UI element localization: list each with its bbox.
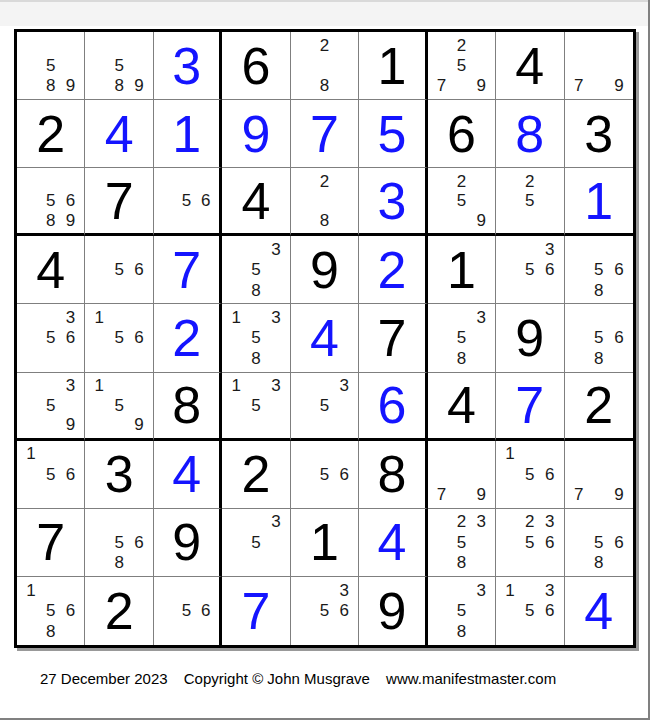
candidate-6: 6 [129,328,149,348]
cell-r2c4[interactable]: 9 [222,100,290,168]
candidate-5: 5 [109,395,129,415]
cell-r5c1[interactable]: 356 [17,304,85,372]
candidate-2: 2 [520,171,540,191]
cell-r3c1[interactable]: 5689 [17,168,85,236]
candidate-6: 6 [129,260,149,280]
cell-r7c8[interactable]: 156 [496,441,564,509]
candidate-3: 3 [266,512,286,532]
candidate-5: 5 [315,601,335,622]
candidate-5: 5 [41,601,61,622]
candidate-5: 5 [589,532,609,552]
cell-r2c3[interactable]: 1 [154,100,222,168]
candidate-6: 6 [334,464,354,484]
cell-r4c7[interactable]: 1 [428,236,496,304]
cell-r1c5[interactable]: 28 [291,32,359,100]
candidate-6: 6 [540,260,560,280]
candidate-1: 1 [500,580,520,601]
cell-r5c3[interactable]: 2 [154,304,222,372]
cell-r5c8[interactable]: 9 [496,304,564,372]
cell-r9c4[interactable]: 7 [222,577,290,645]
candidate-6: 6 [61,328,81,348]
candidate-5: 5 [177,191,196,211]
candidate-6: 6 [540,532,560,552]
candidate-5: 5 [109,532,129,552]
cell-r8c1[interactable]: 7 [17,509,85,577]
candidate-9: 9 [61,415,81,435]
cell-r1c2[interactable]: 589 [85,32,153,100]
cell-r6c5[interactable]: 35 [291,373,359,441]
candidate-5: 5 [109,55,129,75]
cell-r5c7[interactable]: 358 [428,304,496,372]
cell-r6c7[interactable]: 4 [428,373,496,441]
candidate-6: 6 [609,260,629,280]
candidates: 568 [565,509,633,576]
digit: 8 [377,448,406,500]
candidates: 589 [17,32,84,99]
cell-r2c7[interactable]: 6 [428,100,496,168]
digit: 7 [310,108,339,160]
cell-r5c2[interactable]: 156 [85,304,153,372]
candidate-2: 2 [451,35,471,55]
digit: 4 [105,108,134,160]
candidate-5: 5 [246,328,266,348]
candidate-5: 5 [589,260,609,280]
candidate-3: 3 [266,239,286,259]
cell-r6c1[interactable]: 359 [17,373,85,441]
candidates: 56 [85,236,152,303]
digit: 8 [515,108,544,160]
digit: 1 [447,244,476,296]
cell-r3c4[interactable]: 4 [222,168,290,236]
cell-r9c5[interactable]: 356 [291,577,359,645]
candidate-5: 5 [315,395,335,415]
candidate-9: 9 [609,484,629,504]
candidate-5: 5 [451,191,471,211]
cell-r7c5[interactable]: 56 [291,441,359,509]
candidate-6: 6 [61,601,81,622]
candidate-6: 6 [196,601,215,622]
candidate-3: 3 [540,239,560,259]
candidate-3: 3 [471,512,491,532]
footer-date: 27 December 2023 [40,670,168,687]
digit: 6 [242,40,271,92]
digit: 4 [447,379,476,431]
candidates: 568 [565,236,633,303]
candidates: 56 [291,441,358,508]
cell-r3c8[interactable]: 25 [496,168,564,236]
candidates: 135 [222,373,289,438]
candidate-5: 5 [451,532,471,552]
candidate-6: 6 [61,191,81,211]
candidates: 35 [222,509,289,576]
candidate-3: 3 [334,580,354,601]
candidate-7: 7 [432,76,452,96]
candidate-8: 8 [315,211,335,231]
digit: 1 [310,516,339,568]
candidate-9: 9 [61,211,81,231]
candidate-6: 6 [609,328,629,348]
candidate-5: 5 [451,601,471,622]
candidate-5: 5 [589,328,609,348]
cell-r2c6[interactable]: 5 [359,100,427,168]
cell-r5c6[interactable]: 7 [359,304,427,372]
candidate-9: 9 [471,211,491,231]
candidate-8: 8 [41,621,61,642]
candidates: 1356 [496,577,563,645]
cell-r7c6[interactable]: 8 [359,441,427,509]
digit: 4 [377,516,406,568]
digit: 2 [242,448,271,500]
candidate-5: 5 [246,395,266,415]
candidate-5: 5 [451,55,471,75]
candidate-5: 5 [41,55,61,75]
candidate-3: 3 [540,512,560,532]
cell-r4c1[interactable]: 4 [17,236,85,304]
candidates: 259 [428,168,495,233]
cell-r6c4[interactable]: 135 [222,373,290,441]
candidates: 156 [85,304,152,371]
digit: 8 [172,379,201,431]
cell-r9c6[interactable]: 9 [359,577,427,645]
candidate-5: 5 [520,464,540,484]
cell-r4c5[interactable]: 9 [291,236,359,304]
candidates: 28 [291,168,358,233]
screen: { "game": "sudoku", "position": "..36.1.… [0,0,650,720]
candidate-3: 3 [266,307,286,327]
digit: 9 [242,108,271,160]
cell-r8c5[interactable]: 1 [291,509,359,577]
cell-r8c9[interactable]: 568 [565,509,633,577]
candidate-8: 8 [109,553,129,573]
cell-r9c9[interactable]: 4 [565,577,633,645]
cell-r9c2[interactable]: 2 [85,577,153,645]
candidate-8: 8 [246,280,266,300]
digit: 7 [172,244,201,296]
header-bar [0,0,650,26]
digit: 7 [515,379,544,431]
candidates: 28 [291,32,358,99]
candidates: 159 [85,373,152,438]
cell-r1c7[interactable]: 2579 [428,32,496,100]
cell-r5c9[interactable]: 568 [565,304,633,372]
cell-r9c8[interactable]: 1356 [496,577,564,645]
candidate-2: 2 [520,512,540,532]
candidate-9: 9 [129,76,149,96]
cell-r3c9[interactable]: 1 [565,168,633,236]
digit: 3 [172,40,201,92]
sudoku-board: 5895893628125794792419756835689756428325… [14,29,636,648]
candidate-6: 6 [334,601,354,622]
cell-r8c8[interactable]: 2356 [496,509,564,577]
candidate-8: 8 [41,211,61,231]
candidate-8: 8 [41,76,61,96]
candidate-3: 3 [471,307,491,327]
candidate-9: 9 [471,484,491,504]
candidate-5: 5 [41,191,61,211]
candidate-5: 5 [41,395,61,415]
candidates: 79 [565,32,633,99]
candidate-5: 5 [451,328,471,348]
candidates: 2358 [428,509,495,576]
candidate-5: 5 [41,464,61,484]
digit: 2 [36,108,65,160]
candidates: 156 [496,441,563,508]
cell-r6c2[interactable]: 159 [85,373,153,441]
cell-r1c1[interactable]: 589 [17,32,85,100]
candidate-1: 1 [89,307,109,327]
cell-r4c3[interactable]: 7 [154,236,222,304]
digit: 2 [584,379,613,431]
candidate-1: 1 [226,307,246,327]
cell-r4c8[interactable]: 356 [496,236,564,304]
candidate-8: 8 [589,348,609,368]
candidate-5: 5 [41,328,61,348]
cell-r5c4[interactable]: 1358 [222,304,290,372]
candidate-1: 1 [500,444,520,464]
candidate-5: 5 [177,601,196,622]
candidate-8: 8 [109,76,129,96]
candidate-5: 5 [520,260,540,280]
cell-r9c7[interactable]: 358 [428,577,496,645]
digit: 3 [105,448,134,500]
candidate-5: 5 [109,260,129,280]
candidate-1: 1 [21,580,41,601]
cell-r7c3[interactable]: 4 [154,441,222,509]
digit: 9 [515,312,544,364]
candidates: 1568 [17,577,84,645]
candidate-8: 8 [246,348,266,368]
candidate-9: 9 [609,76,629,96]
cell-r6c9[interactable]: 2 [565,373,633,441]
candidate-8: 8 [589,280,609,300]
footer-copyright: Copyright © John Musgrave [184,670,370,687]
candidate-7: 7 [569,76,589,96]
cell-r2c8[interactable]: 8 [496,100,564,168]
candidate-3: 3 [540,580,560,601]
candidate-1: 1 [89,376,109,396]
digit: 7 [36,516,65,568]
cell-r8c6[interactable]: 4 [359,509,427,577]
candidates: 358 [428,304,495,371]
candidate-5: 5 [246,532,266,552]
cell-r7c2[interactable]: 3 [85,441,153,509]
candidate-9: 9 [471,76,491,96]
cell-r8c3[interactable]: 9 [154,509,222,577]
candidate-3: 3 [61,307,81,327]
candidate-5: 5 [520,601,540,622]
cell-r4c6[interactable]: 2 [359,236,427,304]
candidate-8: 8 [315,76,335,96]
footer: 27 December 2023 Copyright © John Musgra… [40,670,556,687]
candidate-6: 6 [540,601,560,622]
cell-r1c6[interactable]: 1 [359,32,427,100]
cell-r3c5[interactable]: 28 [291,168,359,236]
cell-r1c3[interactable]: 3 [154,32,222,100]
cell-r6c3[interactable]: 8 [154,373,222,441]
candidate-5: 5 [315,464,335,484]
candidate-8: 8 [451,348,471,368]
candidate-8: 8 [451,621,471,642]
digit: 6 [447,108,476,160]
cell-r7c1[interactable]: 156 [17,441,85,509]
candidate-7: 7 [432,484,452,504]
candidate-1: 1 [226,376,246,396]
candidate-3: 3 [266,376,286,396]
cell-r2c5[interactable]: 7 [291,100,359,168]
cell-r1c9[interactable]: 79 [565,32,633,100]
digit: 9 [310,244,339,296]
candidate-3: 3 [334,376,354,396]
digit: 3 [584,108,613,160]
cell-r1c8[interactable]: 4 [496,32,564,100]
cell-r1c4[interactable]: 6 [222,32,290,100]
candidate-5: 5 [520,191,540,211]
cell-r7c9[interactable]: 79 [565,441,633,509]
digit: 1 [377,40,406,92]
digit: 2 [172,312,201,364]
candidates: 356 [496,236,563,303]
cell-r7c4[interactable]: 2 [222,441,290,509]
candidates: 358 [222,236,289,303]
candidates: 589 [85,32,152,99]
candidates: 2356 [496,509,563,576]
candidate-1: 1 [21,444,41,464]
digit: 2 [377,244,406,296]
candidates: 358 [428,577,495,645]
cell-r4c2[interactable]: 56 [85,236,153,304]
candidate-5: 5 [520,532,540,552]
candidate-6: 6 [540,464,560,484]
cell-r5c5[interactable]: 4 [291,304,359,372]
candidate-3: 3 [61,376,81,396]
candidates: 568 [565,304,633,371]
cell-r9c1[interactable]: 1568 [17,577,85,645]
cell-r2c2[interactable]: 4 [85,100,153,168]
candidate-9: 9 [61,76,81,96]
candidates: 356 [291,577,358,645]
digit: 7 [377,312,406,364]
digit: 3 [377,175,406,227]
candidate-8: 8 [589,553,609,573]
digit: 9 [377,585,406,637]
candidate-6: 6 [61,464,81,484]
digit: 7 [242,585,271,637]
digit: 1 [172,108,201,160]
candidate-2: 2 [315,35,335,55]
cell-r6c8[interactable]: 7 [496,373,564,441]
candidate-2: 2 [451,512,471,532]
footer-website: www.manifestmaster.com [386,670,556,687]
candidates: 56 [154,577,219,645]
cell-r4c4[interactable]: 358 [222,236,290,304]
candidate-9: 9 [129,415,149,435]
cell-r9c3[interactable]: 56 [154,577,222,645]
candidates: 568 [85,509,152,576]
digit: 4 [36,244,65,296]
cell-r3c6[interactable]: 3 [359,168,427,236]
candidate-5: 5 [246,260,266,280]
candidates: 35 [291,373,358,438]
candidate-6: 6 [129,532,149,552]
cell-r8c2[interactable]: 568 [85,509,153,577]
candidates: 1358 [222,304,289,371]
candidates: 25 [496,168,563,233]
cell-r8c7[interactable]: 2358 [428,509,496,577]
candidates: 156 [17,441,84,508]
digit: 4 [515,40,544,92]
digit: 9 [172,516,201,568]
candidate-6: 6 [609,532,629,552]
cell-r3c7[interactable]: 259 [428,168,496,236]
candidate-2: 2 [451,171,471,191]
cell-r3c2[interactable]: 7 [85,168,153,236]
candidate-3: 3 [471,580,491,601]
candidates: 56 [154,168,219,233]
digit: 1 [584,175,613,227]
candidate-7: 7 [569,484,589,504]
cell-r8c4[interactable]: 35 [222,509,290,577]
cell-r6c6[interactable]: 6 [359,373,427,441]
digit: 2 [105,585,134,637]
candidates: 79 [428,441,495,508]
candidates: 359 [17,373,84,438]
digit: 7 [105,175,134,227]
cell-r3c3[interactable]: 56 [154,168,222,236]
digit: 4 [310,312,339,364]
candidates: 79 [565,441,633,508]
candidates: 2579 [428,32,495,99]
candidate-5: 5 [109,328,129,348]
candidates: 356 [17,304,84,371]
candidate-2: 2 [315,171,335,191]
digit: 4 [242,175,271,227]
cell-r2c1[interactable]: 2 [17,100,85,168]
candidates: 5689 [17,168,84,233]
cell-r2c9[interactable]: 3 [565,100,633,168]
candidate-6: 6 [196,191,215,211]
digit: 4 [172,448,201,500]
cell-r7c7[interactable]: 79 [428,441,496,509]
digit: 5 [377,108,406,160]
digit: 4 [584,585,613,637]
cell-r4c9[interactable]: 568 [565,236,633,304]
digit: 6 [377,379,406,431]
candidate-8: 8 [451,553,471,573]
